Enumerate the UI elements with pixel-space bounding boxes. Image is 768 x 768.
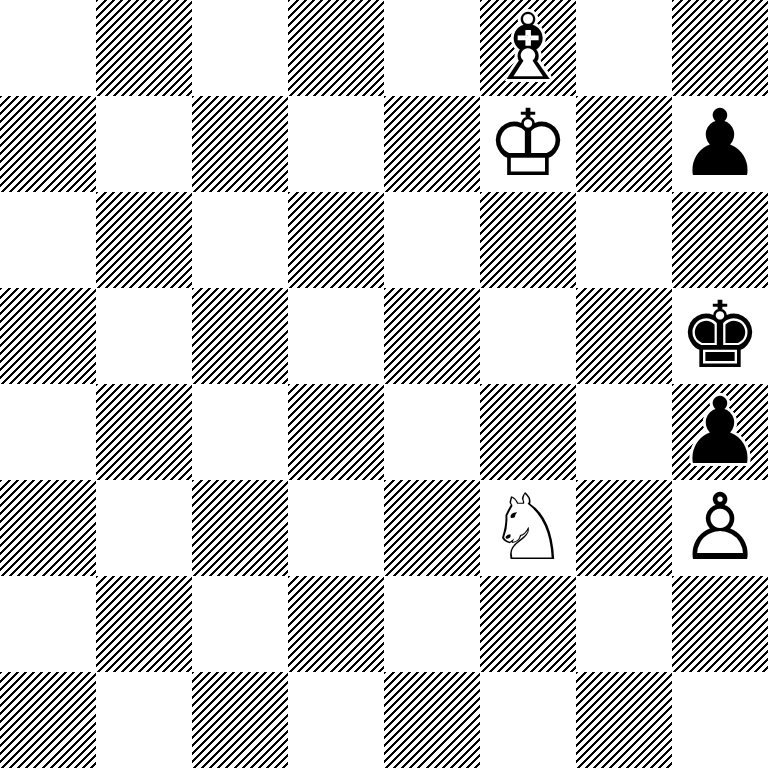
square-a8[interactable] xyxy=(0,0,96,96)
square-d6[interactable] xyxy=(288,192,384,288)
piece-glyph: ♙ xyxy=(672,480,768,576)
piece-glyph: ♗ xyxy=(480,0,576,96)
square-e1[interactable] xyxy=(384,672,480,768)
square-a2[interactable] xyxy=(0,576,96,672)
piece-white-king-f7[interactable]: ♚♔ xyxy=(480,96,576,192)
square-g8[interactable] xyxy=(576,0,672,96)
square-f1[interactable] xyxy=(480,672,576,768)
square-b6[interactable] xyxy=(96,192,192,288)
square-a3[interactable] xyxy=(0,480,96,576)
piece-white-bishop-f8[interactable]: ♝♗ xyxy=(480,0,576,96)
square-a6[interactable] xyxy=(0,192,96,288)
square-c7[interactable] xyxy=(192,96,288,192)
square-d3[interactable] xyxy=(288,480,384,576)
square-d8[interactable] xyxy=(288,0,384,96)
square-d4[interactable] xyxy=(288,384,384,480)
square-f5[interactable] xyxy=(480,288,576,384)
piece-black-king-h5[interactable]: ♚♚ xyxy=(672,288,768,384)
square-e8[interactable] xyxy=(384,0,480,96)
square-h1[interactable] xyxy=(672,672,768,768)
square-f2[interactable] xyxy=(480,576,576,672)
square-g6[interactable] xyxy=(576,192,672,288)
square-g4[interactable] xyxy=(576,384,672,480)
square-d5[interactable] xyxy=(288,288,384,384)
square-d7[interactable] xyxy=(288,96,384,192)
square-h6[interactable] xyxy=(672,192,768,288)
piece-glyph: ♘ xyxy=(480,480,576,576)
square-b2[interactable] xyxy=(96,576,192,672)
square-g2[interactable] xyxy=(576,576,672,672)
square-c4[interactable] xyxy=(192,384,288,480)
square-e4[interactable] xyxy=(384,384,480,480)
square-a4[interactable] xyxy=(0,384,96,480)
square-b1[interactable] xyxy=(96,672,192,768)
square-h7[interactable]: ♟♟ xyxy=(672,96,768,192)
square-e3[interactable] xyxy=(384,480,480,576)
square-f8[interactable]: ♝♗ xyxy=(480,0,576,96)
square-c6[interactable] xyxy=(192,192,288,288)
square-e2[interactable] xyxy=(384,576,480,672)
square-c1[interactable] xyxy=(192,672,288,768)
square-e5[interactable] xyxy=(384,288,480,384)
square-h4[interactable]: ♟♟ xyxy=(672,384,768,480)
piece-black-pawn-h7[interactable]: ♟♟ xyxy=(672,96,768,192)
square-c3[interactable] xyxy=(192,480,288,576)
square-c5[interactable] xyxy=(192,288,288,384)
square-f6[interactable] xyxy=(480,192,576,288)
piece-glyph: ♔ xyxy=(480,96,576,192)
square-h3[interactable]: ♟♙ xyxy=(672,480,768,576)
piece-glyph: ♟ xyxy=(672,384,768,480)
square-d1[interactable] xyxy=(288,672,384,768)
square-h2[interactable] xyxy=(672,576,768,672)
piece-black-pawn-h4[interactable]: ♟♟ xyxy=(672,384,768,480)
square-b4[interactable] xyxy=(96,384,192,480)
square-g5[interactable] xyxy=(576,288,672,384)
square-e6[interactable] xyxy=(384,192,480,288)
square-g7[interactable] xyxy=(576,96,672,192)
square-b7[interactable] xyxy=(96,96,192,192)
square-b5[interactable] xyxy=(96,288,192,384)
square-d2[interactable] xyxy=(288,576,384,672)
piece-glyph: ♟ xyxy=(672,96,768,192)
square-b3[interactable] xyxy=(96,480,192,576)
square-c8[interactable] xyxy=(192,0,288,96)
square-e7[interactable] xyxy=(384,96,480,192)
square-f4[interactable] xyxy=(480,384,576,480)
square-f3[interactable]: ♞♘ xyxy=(480,480,576,576)
piece-white-pawn-h3[interactable]: ♟♙ xyxy=(672,480,768,576)
square-b8[interactable] xyxy=(96,0,192,96)
square-g1[interactable] xyxy=(576,672,672,768)
square-g3[interactable] xyxy=(576,480,672,576)
square-a1[interactable] xyxy=(0,672,96,768)
square-f7[interactable]: ♚♔ xyxy=(480,96,576,192)
chess-board: ♝♗♚♔♟♟♚♚♟♟♞♘♟♙ xyxy=(0,0,768,768)
square-a5[interactable] xyxy=(0,288,96,384)
piece-white-knight-f3[interactable]: ♞♘ xyxy=(480,480,576,576)
square-h5[interactable]: ♚♚ xyxy=(672,288,768,384)
piece-glyph: ♚ xyxy=(672,288,768,384)
square-h8[interactable] xyxy=(672,0,768,96)
square-c2[interactable] xyxy=(192,576,288,672)
square-a7[interactable] xyxy=(0,96,96,192)
